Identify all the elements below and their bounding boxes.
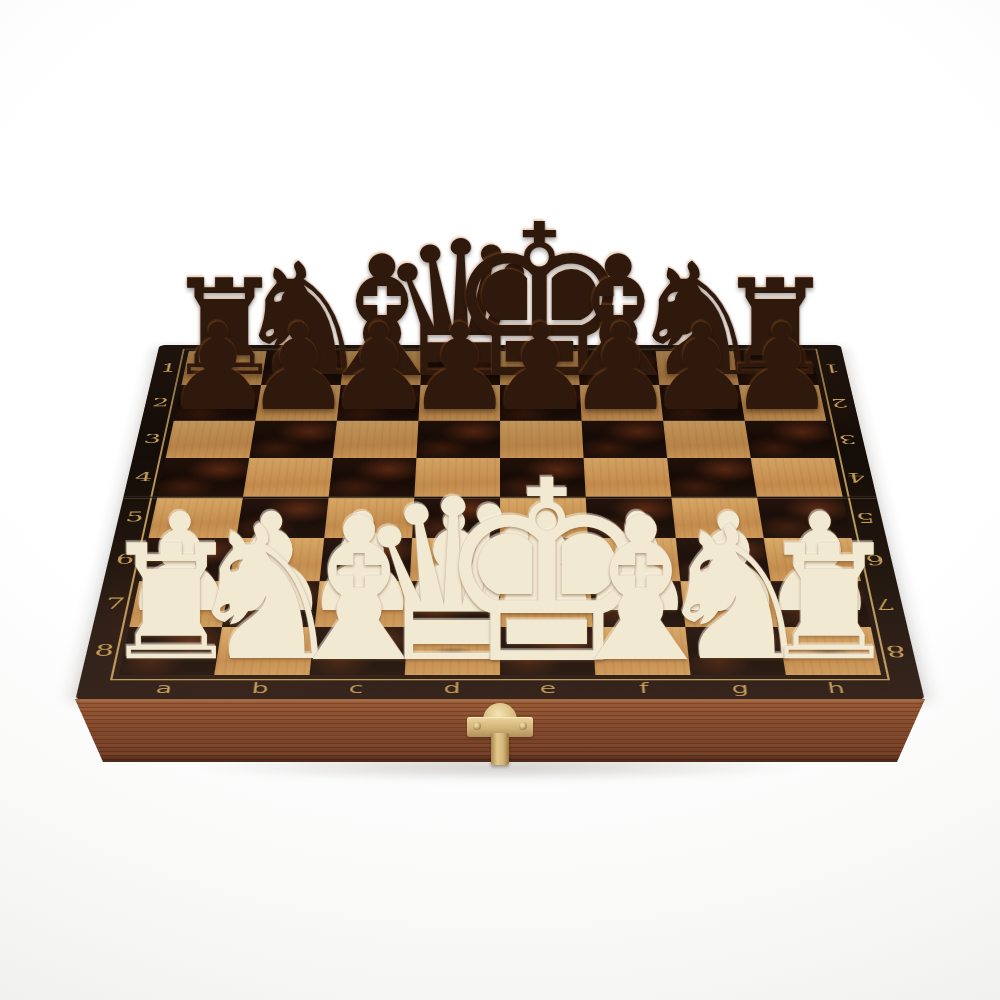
rank-label-left-8: 8 [93, 643, 116, 659]
square-d5 [412, 497, 500, 538]
square-c2 [337, 385, 420, 420]
square-e4 [500, 458, 586, 497]
board-grid [119, 351, 881, 675]
chess-board: 1122334455667788abcdefgh [75, 345, 924, 699]
square-f3 [582, 421, 668, 458]
square-b6 [229, 538, 324, 581]
square-a4 [157, 458, 249, 497]
square-g5 [671, 497, 763, 538]
square-h4 [751, 458, 843, 497]
square-d7 [407, 581, 500, 627]
rank-label-left-5: 5 [124, 511, 145, 524]
square-b4 [243, 458, 333, 497]
square-g3 [663, 421, 751, 458]
square-g6 [676, 538, 771, 581]
square-g1 [656, 351, 739, 385]
clasp-latch-knob [491, 733, 509, 765]
square-g2 [659, 385, 744, 420]
square-d4 [414, 458, 500, 497]
rank-label-left-1: 1 [159, 363, 178, 374]
square-c7 [315, 581, 410, 627]
file-label-c: c [348, 682, 364, 696]
square-h6 [764, 538, 861, 581]
rank-label-right-5: 5 [855, 511, 876, 524]
square-a1 [181, 351, 266, 385]
rank-label-right-2: 2 [830, 397, 849, 409]
square-c4 [329, 458, 417, 497]
square-c6 [320, 538, 413, 581]
rank-label-right-7: 7 [874, 596, 896, 611]
square-e6 [500, 538, 590, 581]
rank-label-left-6: 6 [114, 552, 136, 566]
file-label-f: f [639, 682, 650, 696]
square-a6 [139, 538, 236, 581]
square-h8 [778, 627, 881, 675]
square-a8 [119, 627, 222, 675]
rank-label-right-6: 6 [864, 552, 886, 566]
square-h5 [757, 497, 852, 538]
square-d6 [410, 538, 500, 581]
file-label-d: d [443, 682, 460, 696]
square-b8 [214, 627, 314, 675]
square-d8 [405, 627, 500, 675]
square-f8 [593, 627, 691, 675]
square-g7 [680, 581, 778, 627]
square-e3 [500, 421, 584, 458]
square-c8 [309, 627, 407, 675]
square-c1 [341, 351, 422, 385]
rank-label-left-7: 7 [104, 596, 126, 611]
square-h3 [745, 421, 835, 458]
rank-label-right-1: 1 [822, 363, 841, 374]
square-b5 [236, 497, 328, 538]
square-d1 [420, 351, 500, 385]
rank-label-left-4: 4 [134, 471, 154, 484]
square-b1 [261, 351, 344, 385]
rank-label-right-8: 8 [884, 643, 907, 659]
square-e2 [500, 385, 582, 420]
square-f5 [586, 497, 676, 538]
square-e7 [500, 581, 593, 627]
square-h2 [739, 385, 826, 420]
file-label-h: h [826, 682, 846, 696]
square-g4 [667, 458, 757, 497]
clasp-screw-right [519, 722, 527, 730]
square-d3 [416, 421, 500, 458]
square-g8 [685, 627, 785, 675]
square-d2 [418, 385, 500, 420]
square-e5 [500, 497, 588, 538]
rank-label-left-3: 3 [143, 433, 163, 445]
square-f7 [590, 581, 685, 627]
square-b2 [255, 385, 340, 420]
square-f4 [584, 458, 672, 497]
square-h1 [733, 351, 818, 385]
square-f6 [588, 538, 681, 581]
square-f2 [580, 385, 663, 420]
square-a7 [129, 581, 229, 627]
rank-label-right-3: 3 [838, 433, 858, 445]
file-label-b: b [251, 682, 270, 696]
clasp-screw-left [473, 722, 481, 730]
chess-set-product-photo: 1122334455667788abcdefgh ♜♞♝♛♚♝♞♜♟♟♟♟♟♟♟… [0, 0, 1000, 1000]
rank-label-left-2: 2 [151, 397, 170, 409]
square-b3 [249, 421, 337, 458]
square-a2 [174, 385, 261, 420]
square-a3 [166, 421, 256, 458]
square-f1 [578, 351, 659, 385]
square-e1 [500, 351, 580, 385]
file-label-a: a [154, 682, 173, 696]
square-a5 [148, 497, 243, 538]
square-h7 [771, 581, 871, 627]
square-e8 [500, 627, 595, 675]
square-b7 [222, 581, 320, 627]
square-c3 [333, 421, 419, 458]
file-label-g: g [731, 682, 750, 696]
file-label-e: e [540, 682, 557, 696]
square-c5 [324, 497, 414, 538]
rank-label-right-4: 4 [846, 471, 866, 484]
